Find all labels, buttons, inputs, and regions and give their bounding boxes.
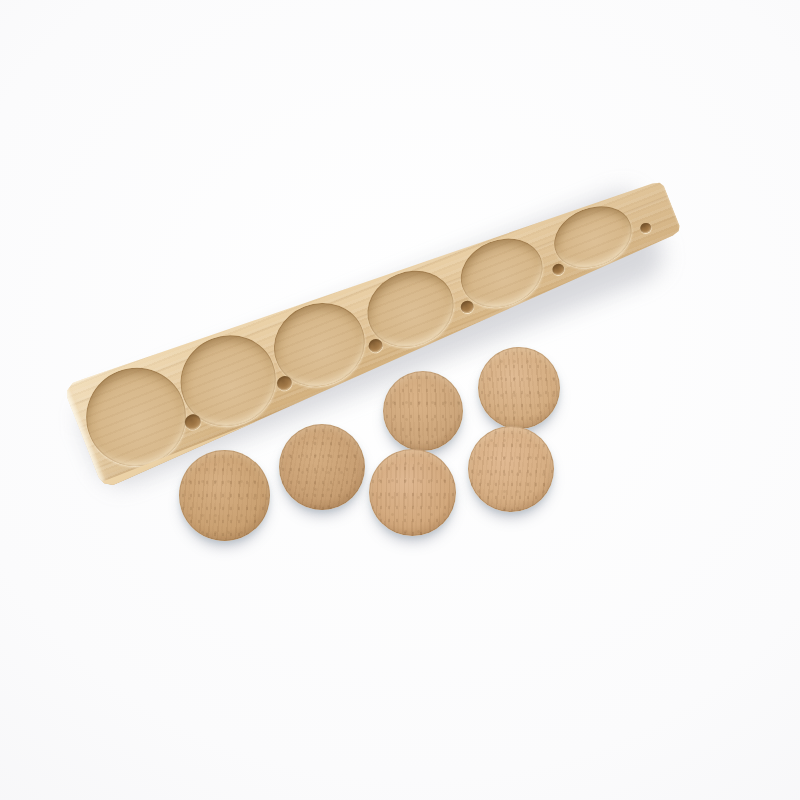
disc-5[interactable] <box>478 347 560 429</box>
disc-1[interactable] <box>179 450 270 541</box>
wells-grid <box>69 167 659 487</box>
scene <box>0 0 800 800</box>
disc-6[interactable] <box>468 426 554 512</box>
disc-4[interactable] <box>383 371 463 451</box>
disc-3[interactable] <box>369 449 456 536</box>
counting-board <box>62 154 693 491</box>
disc-2[interactable] <box>279 424 365 510</box>
